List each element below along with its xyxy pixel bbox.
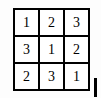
grid-cell-r2c1: 3 [40,64,63,89]
grid-cell-r2c2: 1 [65,64,88,89]
grid-cell-r1c0: 3 [15,37,38,62]
latin-square-board: 1 2 3 3 1 2 2 3 1 [13,8,90,91]
grid-cell-r1c1: 1 [40,37,63,62]
grid-cell-r1c2: 2 [65,37,88,62]
text-cursor [94,78,97,97]
grid-cell-r2c0: 2 [15,64,38,89]
grid-cell-r0c2: 3 [65,10,88,35]
page: 1 2 3 3 1 2 2 3 1 [0,0,101,98]
grid-cell-r0c0: 1 [15,10,38,35]
grid-cell-r0c1: 2 [40,10,63,35]
